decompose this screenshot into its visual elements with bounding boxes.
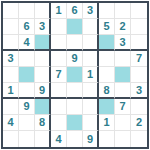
cell-r4c3[interactable]	[35, 51, 51, 67]
cell-r6c6[interactable]	[83, 83, 99, 99]
cell-r4c1[interactable]: 3	[3, 51, 19, 67]
cell-r4c9[interactable]: 7	[131, 51, 147, 67]
cell-r4c7[interactable]	[99, 51, 115, 67]
cell-r8c6[interactable]	[83, 115, 99, 131]
cell-r8c4[interactable]	[51, 115, 67, 131]
cell-r1c3[interactable]	[35, 3, 51, 19]
cell-r3c1[interactable]	[3, 35, 19, 51]
cell-r6c2[interactable]	[19, 83, 35, 99]
cell-r9c8[interactable]	[115, 131, 131, 147]
cell-r5c4[interactable]: 7	[51, 67, 67, 83]
cell-r2c4[interactable]	[51, 19, 67, 35]
cell-r7c9[interactable]	[131, 99, 147, 115]
cell-r7c5[interactable]	[67, 99, 83, 115]
cell-r4c6[interactable]	[83, 51, 99, 67]
cell-r3c3[interactable]	[35, 35, 51, 51]
cell-r5c9[interactable]	[131, 67, 147, 83]
cell-r5c3[interactable]	[35, 67, 51, 83]
cell-r5c6[interactable]: 1	[83, 67, 99, 83]
cell-r3c6[interactable]	[83, 35, 99, 51]
cell-r4c5[interactable]: 9	[67, 51, 83, 67]
cell-r5c8[interactable]	[115, 67, 131, 83]
cell-r6c8[interactable]	[115, 83, 131, 99]
cell-r6c9[interactable]: 3	[131, 83, 147, 99]
cell-r7c3[interactable]	[35, 99, 51, 115]
cell-r7c4[interactable]	[51, 99, 67, 115]
cell-r8c2[interactable]	[19, 115, 35, 131]
cell-r8c9[interactable]: 2	[131, 115, 147, 131]
cell-r3c2[interactable]: 4	[19, 35, 35, 51]
cell-r3c4[interactable]	[51, 35, 67, 51]
cell-r1c4[interactable]: 1	[51, 3, 67, 19]
cell-r9c2[interactable]	[19, 131, 35, 147]
cell-r1c2[interactable]	[19, 3, 35, 19]
cell-r2c3[interactable]: 3	[35, 19, 51, 35]
cell-r7c6[interactable]	[83, 99, 99, 115]
cell-r4c8[interactable]	[115, 51, 131, 67]
cell-r8c3[interactable]: 8	[35, 115, 51, 131]
cell-r5c2[interactable]	[19, 67, 35, 83]
cell-r1c1[interactable]	[3, 3, 19, 19]
cell-r5c7[interactable]	[99, 67, 115, 83]
cell-r2c5[interactable]	[67, 19, 83, 35]
cell-r7c7[interactable]	[99, 99, 115, 115]
cell-r1c6[interactable]: 3	[83, 3, 99, 19]
cell-r3c7[interactable]	[99, 35, 115, 51]
cell-r6c5[interactable]	[67, 83, 83, 99]
cell-r7c2[interactable]: 9	[19, 99, 35, 115]
cell-r6c1[interactable]: 1	[3, 83, 19, 99]
sudoku-board: 16363524339771198397481249	[1, 1, 149, 149]
cell-r1c8[interactable]	[115, 3, 131, 19]
cell-r2c6[interactable]	[83, 19, 99, 35]
cell-r4c4[interactable]	[51, 51, 67, 67]
cell-r8c1[interactable]: 4	[3, 115, 19, 131]
cell-r3c9[interactable]	[131, 35, 147, 51]
cell-r1c7[interactable]	[99, 3, 115, 19]
cell-r8c5[interactable]	[67, 115, 83, 131]
cell-r8c7[interactable]: 1	[99, 115, 115, 131]
cell-r3c5[interactable]	[67, 35, 83, 51]
cell-r9c3[interactable]	[35, 131, 51, 147]
cell-r7c8[interactable]: 7	[115, 99, 131, 115]
cell-r9c5[interactable]	[67, 131, 83, 147]
cell-r9c6[interactable]: 9	[83, 131, 99, 147]
cell-r9c1[interactable]	[3, 131, 19, 147]
cell-r1c5[interactable]: 6	[67, 3, 83, 19]
cell-r9c7[interactable]	[99, 131, 115, 147]
cell-r8c8[interactable]	[115, 115, 131, 131]
cell-r2c2[interactable]: 6	[19, 19, 35, 35]
cell-r6c4[interactable]	[51, 83, 67, 99]
cell-r6c3[interactable]: 9	[35, 83, 51, 99]
cell-r7c1[interactable]	[3, 99, 19, 115]
cell-r9c9[interactable]	[131, 131, 147, 147]
cell-r4c2[interactable]	[19, 51, 35, 67]
cell-r2c9[interactable]	[131, 19, 147, 35]
cell-r6c7[interactable]: 8	[99, 83, 115, 99]
cell-r2c7[interactable]: 5	[99, 19, 115, 35]
cell-r1c9[interactable]	[131, 3, 147, 19]
cell-r5c5[interactable]	[67, 67, 83, 83]
cell-r2c8[interactable]: 2	[115, 19, 131, 35]
cell-r2c1[interactable]	[3, 19, 19, 35]
cell-r9c4[interactable]: 4	[51, 131, 67, 147]
cell-r5c1[interactable]	[3, 67, 19, 83]
cell-r3c8[interactable]: 3	[115, 35, 131, 51]
